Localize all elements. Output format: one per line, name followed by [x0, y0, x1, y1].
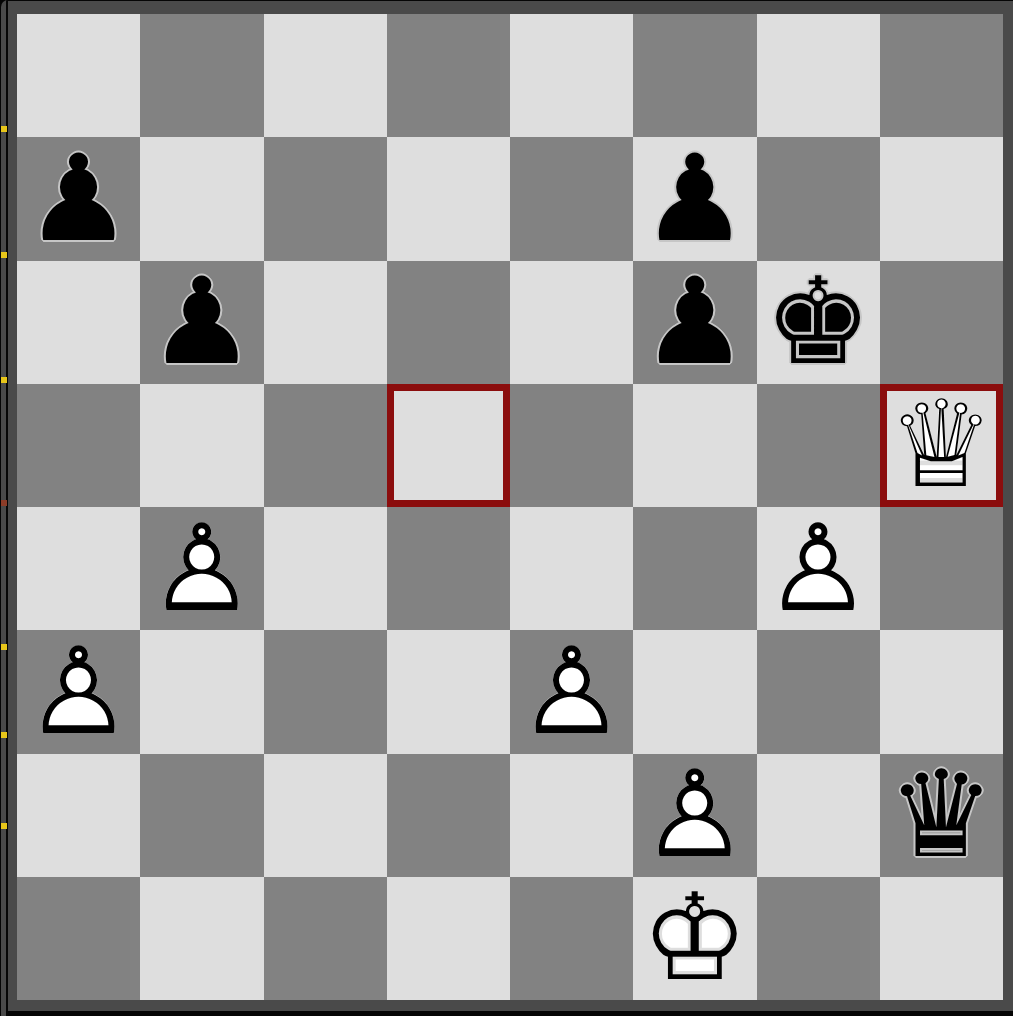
white-pawn[interactable]: ♟♙ — [140, 507, 263, 630]
square-c1[interactable] — [264, 877, 387, 1000]
square-b1[interactable] — [140, 877, 263, 1000]
square-f5[interactable] — [633, 384, 756, 507]
chess-board: ♟♟♟♟♚♛♕♟♙♟♙♟♙♟♙♟♙♛♚♔ — [17, 14, 1003, 1000]
white-pawn-fill: ♟ — [17, 630, 140, 753]
square-e8[interactable] — [510, 14, 633, 137]
square-a4[interactable] — [17, 507, 140, 630]
square-e7[interactable] — [510, 137, 633, 260]
edge-marker — [1, 644, 7, 650]
black-pawn-glyph: ♟ — [633, 137, 756, 260]
square-h6[interactable] — [880, 261, 1003, 384]
white-pawn-outline: ♙ — [510, 630, 633, 753]
square-c8[interactable] — [264, 14, 387, 137]
white-pawn-outline: ♙ — [633, 754, 756, 877]
square-g4[interactable]: ♟♙ — [757, 507, 880, 630]
square-f8[interactable] — [633, 14, 756, 137]
square-e6[interactable] — [510, 261, 633, 384]
white-king[interactable]: ♚♔ — [633, 877, 756, 1000]
square-g7[interactable] — [757, 137, 880, 260]
black-pawn-glyph: ♟ — [633, 261, 756, 384]
square-h2[interactable]: ♛ — [880, 754, 1003, 877]
white-king-outline: ♔ — [633, 877, 756, 1000]
square-b8[interactable] — [140, 14, 263, 137]
square-b5[interactable] — [140, 384, 263, 507]
white-pawn-fill: ♟ — [510, 630, 633, 753]
edge-marker — [1, 377, 7, 383]
square-h7[interactable] — [880, 137, 1003, 260]
square-d7[interactable] — [387, 137, 510, 260]
square-f1[interactable]: ♚♔ — [633, 877, 756, 1000]
black-pawn[interactable]: ♟ — [633, 261, 756, 384]
white-queen-outline: ♕ — [880, 384, 1003, 507]
square-a1[interactable] — [17, 877, 140, 1000]
square-e1[interactable] — [510, 877, 633, 1000]
square-h4[interactable] — [880, 507, 1003, 630]
black-pawn-glyph: ♟ — [140, 261, 263, 384]
square-g3[interactable] — [757, 630, 880, 753]
window-edge-strip — [1, 0, 8, 1016]
square-a3[interactable]: ♟♙ — [17, 630, 140, 753]
square-d2[interactable] — [387, 754, 510, 877]
screen: ♟♟♟♟♚♛♕♟♙♟♙♟♙♟♙♟♙♛♚♔ — [0, 0, 1013, 1016]
black-pawn[interactable]: ♟ — [17, 137, 140, 260]
white-pawn[interactable]: ♟♙ — [633, 754, 756, 877]
square-a6[interactable] — [17, 261, 140, 384]
square-b6[interactable]: ♟ — [140, 261, 263, 384]
square-b4[interactable]: ♟♙ — [140, 507, 263, 630]
square-f2[interactable]: ♟♙ — [633, 754, 756, 877]
square-d1[interactable] — [387, 877, 510, 1000]
white-queen-fill: ♛ — [880, 384, 1003, 507]
square-h3[interactable] — [880, 630, 1003, 753]
square-b2[interactable] — [140, 754, 263, 877]
white-pawn[interactable]: ♟♙ — [510, 630, 633, 753]
black-queen-glyph: ♛ — [880, 754, 1003, 877]
square-h1[interactable] — [880, 877, 1003, 1000]
square-g8[interactable] — [757, 14, 880, 137]
square-d6[interactable] — [387, 261, 510, 384]
white-queen[interactable]: ♛♕ — [880, 384, 1003, 507]
square-c5[interactable] — [264, 384, 387, 507]
square-h8[interactable] — [880, 14, 1003, 137]
white-pawn-fill: ♟ — [757, 507, 880, 630]
square-e3[interactable]: ♟♙ — [510, 630, 633, 753]
square-b3[interactable] — [140, 630, 263, 753]
square-e2[interactable] — [510, 754, 633, 877]
edge-marker — [1, 500, 7, 506]
black-pawn-glyph: ♟ — [17, 137, 140, 260]
edge-marker — [1, 823, 7, 829]
white-pawn-outline: ♙ — [17, 630, 140, 753]
edge-marker — [1, 732, 7, 738]
white-pawn[interactable]: ♟♙ — [17, 630, 140, 753]
square-d3[interactable] — [387, 630, 510, 753]
black-pawn[interactable]: ♟ — [140, 261, 263, 384]
white-pawn-outline: ♙ — [757, 507, 880, 630]
white-pawn-fill: ♟ — [140, 507, 263, 630]
edge-marker — [1, 252, 7, 258]
square-c6[interactable] — [264, 261, 387, 384]
square-a2[interactable] — [17, 754, 140, 877]
square-d5[interactable] — [387, 384, 510, 507]
square-c7[interactable] — [264, 137, 387, 260]
black-king-glyph: ♚ — [757, 261, 880, 384]
square-h5[interactable]: ♛♕ — [880, 384, 1003, 507]
edge-marker — [1, 126, 7, 132]
square-c3[interactable] — [264, 630, 387, 753]
square-f4[interactable] — [633, 507, 756, 630]
square-g1[interactable] — [757, 877, 880, 1000]
square-g5[interactable] — [757, 384, 880, 507]
white-king-fill: ♚ — [633, 877, 756, 1000]
square-f3[interactable] — [633, 630, 756, 753]
square-b7[interactable] — [140, 137, 263, 260]
square-a5[interactable] — [17, 384, 140, 507]
square-g6[interactable]: ♚ — [757, 261, 880, 384]
white-pawn-fill: ♟ — [633, 754, 756, 877]
black-pawn[interactable]: ♟ — [633, 137, 756, 260]
square-e5[interactable] — [510, 384, 633, 507]
white-pawn[interactable]: ♟♙ — [757, 507, 880, 630]
square-c2[interactable] — [264, 754, 387, 877]
square-d4[interactable] — [387, 507, 510, 630]
square-f7[interactable]: ♟ — [633, 137, 756, 260]
square-e4[interactable] — [510, 507, 633, 630]
black-queen[interactable]: ♛ — [880, 754, 1003, 877]
square-a8[interactable] — [17, 14, 140, 137]
square-f6[interactable]: ♟ — [633, 261, 756, 384]
square-d8[interactable] — [387, 14, 510, 137]
white-pawn-outline: ♙ — [140, 507, 263, 630]
black-king[interactable]: ♚ — [757, 261, 880, 384]
square-a7[interactable]: ♟ — [17, 137, 140, 260]
square-c4[interactable] — [264, 507, 387, 630]
square-g2[interactable] — [757, 754, 880, 877]
